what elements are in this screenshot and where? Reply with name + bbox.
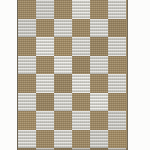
board-cell <box>90 74 108 93</box>
board-cell <box>18 148 36 150</box>
board-cell <box>72 19 90 38</box>
board-cell <box>108 56 126 75</box>
board-cell <box>18 19 36 38</box>
board-cell <box>108 74 126 93</box>
board-cell <box>54 74 72 93</box>
board-cell <box>108 148 126 150</box>
board-cell <box>72 37 90 56</box>
checkerboard-rug <box>17 0 128 150</box>
board-cell <box>54 0 72 19</box>
board-cell <box>54 93 72 112</box>
board-cell <box>36 0 54 19</box>
board-cell <box>90 130 108 149</box>
board-cell <box>108 19 126 38</box>
board-cell <box>90 56 108 75</box>
board-cell <box>18 74 36 93</box>
board-cell <box>36 93 54 112</box>
board-cell <box>36 148 54 150</box>
board-cell <box>72 130 90 149</box>
board-cell <box>18 0 36 19</box>
board-cell <box>18 56 36 75</box>
board-cell <box>108 111 126 130</box>
board-cell <box>54 111 72 130</box>
board-cell <box>90 0 108 19</box>
board-cell <box>108 130 126 149</box>
board-cell <box>72 111 90 130</box>
board-cell <box>54 130 72 149</box>
board-cell <box>108 0 126 19</box>
board-cell <box>108 93 126 112</box>
board-cell <box>18 93 36 112</box>
board-cell <box>18 111 36 130</box>
board-cell <box>90 37 108 56</box>
board-cell <box>72 93 90 112</box>
board-cell <box>36 111 54 130</box>
board-cell <box>36 56 54 75</box>
board-cell <box>72 74 90 93</box>
board-cell <box>36 74 54 93</box>
board-cell <box>18 130 36 149</box>
board-cell <box>18 37 36 56</box>
board-cell <box>72 148 90 150</box>
board-cell <box>54 37 72 56</box>
checkerboard-grid <box>18 0 126 150</box>
board-cell <box>90 19 108 38</box>
board-cell <box>72 56 90 75</box>
board-cell <box>36 130 54 149</box>
board-cell <box>54 148 72 150</box>
board-cell <box>108 37 126 56</box>
board-cell <box>90 93 108 112</box>
board-cell <box>54 19 72 38</box>
board-cell <box>90 148 108 150</box>
board-cell <box>36 19 54 38</box>
board-cell <box>72 0 90 19</box>
photo-background <box>0 0 150 150</box>
board-cell <box>36 37 54 56</box>
board-cell <box>90 111 108 130</box>
board-cell <box>54 56 72 75</box>
